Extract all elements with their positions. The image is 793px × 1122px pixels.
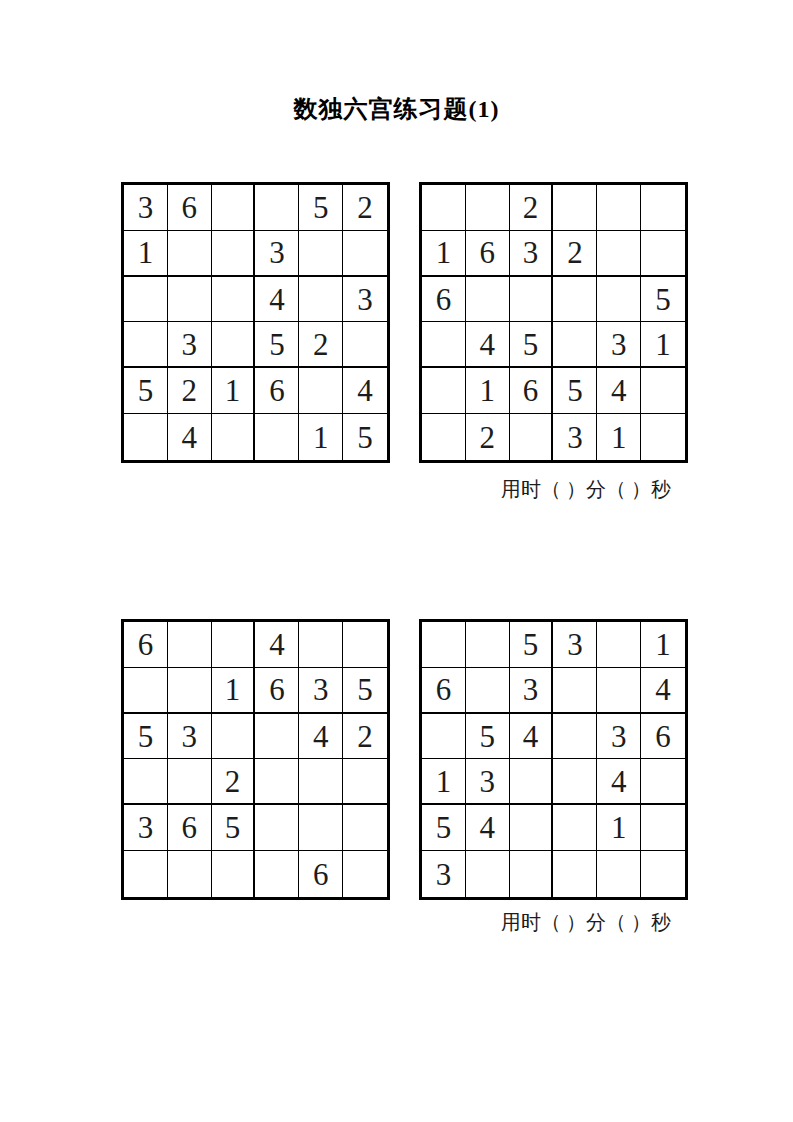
sudoku-cell-puzzle-1-r3c1: [124, 277, 168, 323]
sudoku-cell-puzzle-1-r4c4: 5: [255, 322, 299, 368]
sudoku-cell-puzzle-1-r1c1: 3: [124, 185, 168, 231]
sudoku-cell-puzzle-1-r6c2: 4: [168, 414, 212, 460]
sudoku-cell-puzzle-4-r2c1: 6: [422, 668, 466, 714]
sudoku-cell-puzzle-2-r6c6: [641, 414, 685, 460]
sudoku-cell-puzzle-3-r4c5: [299, 759, 343, 805]
sudoku-cell-puzzle-2-r5c3: 6: [510, 368, 554, 414]
sudoku-cell-puzzle-3-r2c3: 1: [212, 668, 256, 714]
sudoku-cell-puzzle-3-r3c4: [255, 714, 299, 760]
sudoku-cell-puzzle-3-r3c2: 3: [168, 714, 212, 760]
sudoku-cell-puzzle-3-r6c2: [168, 851, 212, 897]
sudoku-cell-puzzle-4-r6c6: [641, 851, 685, 897]
sudoku-cell-puzzle-3-r1c3: [212, 622, 256, 668]
sudoku-cell-puzzle-1-r5c3: 1: [212, 368, 256, 414]
sudoku-cell-puzzle-4-r3c2: 5: [466, 714, 510, 760]
sudoku-cell-puzzle-3-r5c6: [343, 805, 387, 851]
sudoku-cell-puzzle-2-r4c5: 3: [597, 322, 641, 368]
sudoku-cell-puzzle-1-r3c4: 4: [255, 277, 299, 323]
sudoku-cell-puzzle-3-r5c2: 6: [168, 805, 212, 851]
sudoku-cell-puzzle-2-r6c1: [422, 414, 466, 460]
sudoku-cell-puzzle-1-r2c2: [168, 231, 212, 277]
sudoku-cell-puzzle-2-r5c4: 5: [553, 368, 597, 414]
sudoku-cell-puzzle-2-r4c6: 1: [641, 322, 685, 368]
sudoku-grid-1: 3652134335252164415: [121, 182, 390, 463]
sudoku-cell-puzzle-4-r2c6: 4: [641, 668, 685, 714]
worksheet-page: 数独六宫练习题(1) 3652134335252164415 216326545…: [0, 0, 793, 1122]
sudoku-cell-puzzle-1-r3c3: [212, 277, 256, 323]
sudoku-cell-puzzle-1-r2c1: 1: [124, 231, 168, 277]
sudoku-cell-puzzle-3-r6c1: [124, 851, 168, 897]
sudoku-cell-puzzle-4-r2c2: [466, 668, 510, 714]
sudoku-cell-puzzle-2-r6c3: [510, 414, 554, 460]
sudoku-cell-puzzle-2-r2c5: [597, 231, 641, 277]
sudoku-cell-puzzle-4-r1c2: [466, 622, 510, 668]
sudoku-cell-puzzle-2-r1c4: [553, 185, 597, 231]
sudoku-cell-puzzle-3-r3c3: [212, 714, 256, 760]
sudoku-cell-puzzle-1-r1c2: 6: [168, 185, 212, 231]
sudoku-cell-puzzle-2-r3c6: 5: [641, 277, 685, 323]
sudoku-cell-puzzle-3-r3c6: 2: [343, 714, 387, 760]
sudoku-cell-puzzle-4-r3c1: [422, 714, 466, 760]
sudoku-cell-puzzle-1-r5c1: 5: [124, 368, 168, 414]
sudoku-cell-puzzle-4-r4c5: 4: [597, 759, 641, 805]
sudoku-cell-puzzle-3-r2c4: 6: [255, 668, 299, 714]
sudoku-cell-puzzle-4-r6c3: [510, 851, 554, 897]
sudoku-cell-puzzle-2-r2c3: 3: [510, 231, 554, 277]
sudoku-cell-puzzle-4-r1c1: [422, 622, 466, 668]
sudoku-cell-puzzle-3-r5c3: 5: [212, 805, 256, 851]
sudoku-cell-puzzle-4-r3c5: 3: [597, 714, 641, 760]
sudoku-cell-puzzle-1-r6c6: 5: [343, 414, 387, 460]
sudoku-cell-puzzle-4-r5c5: 1: [597, 805, 641, 851]
sudoku-cell-puzzle-2-r2c2: 6: [466, 231, 510, 277]
sudoku-cell-puzzle-4-r2c5: [597, 668, 641, 714]
sudoku-cell-puzzle-1-r2c5: [299, 231, 343, 277]
sudoku-cell-puzzle-1-r6c4: [255, 414, 299, 460]
sudoku-cell-puzzle-2-r5c6: [641, 368, 685, 414]
sudoku-cell-puzzle-3-r3c1: 5: [124, 714, 168, 760]
sudoku-cell-puzzle-2-r5c1: [422, 368, 466, 414]
sudoku-cell-puzzle-1-r3c6: 3: [343, 277, 387, 323]
sudoku-cell-puzzle-1-r4c2: 3: [168, 322, 212, 368]
sudoku-cell-puzzle-3-r2c1: [124, 668, 168, 714]
sudoku-cell-puzzle-2-r2c4: 2: [553, 231, 597, 277]
sudoku-cell-puzzle-2-r6c5: 1: [597, 414, 641, 460]
sudoku-cell-puzzle-1-r4c1: [124, 322, 168, 368]
sudoku-cell-puzzle-4-r6c2: [466, 851, 510, 897]
sudoku-cell-puzzle-3-r5c1: 3: [124, 805, 168, 851]
sudoku-cell-puzzle-3-r2c2: [168, 668, 212, 714]
sudoku-cell-puzzle-4-r4c2: 3: [466, 759, 510, 805]
sudoku-cell-puzzle-1-r6c1: [124, 414, 168, 460]
sudoku-cell-puzzle-4-r3c3: 4: [510, 714, 554, 760]
sudoku-cell-puzzle-1-r1c3: [212, 185, 256, 231]
sudoku-cell-puzzle-2-r3c2: [466, 277, 510, 323]
sudoku-cell-puzzle-1-r5c2: 2: [168, 368, 212, 414]
sudoku-cell-puzzle-4-r1c4: 3: [553, 622, 597, 668]
timer-label-bottom: 用时（ ）分（ ）秒: [419, 909, 671, 936]
sudoku-cell-puzzle-1-r3c5: [299, 277, 343, 323]
sudoku-cell-puzzle-2-r3c4: [553, 277, 597, 323]
sudoku-cell-puzzle-3-r1c6: [343, 622, 387, 668]
sudoku-cell-puzzle-3-r5c4: [255, 805, 299, 851]
sudoku-cell-puzzle-3-r6c6: [343, 851, 387, 897]
sudoku-cell-puzzle-3-r1c4: 4: [255, 622, 299, 668]
sudoku-cell-puzzle-1-r1c5: 5: [299, 185, 343, 231]
sudoku-cell-puzzle-1-r3c2: [168, 277, 212, 323]
sudoku-cell-puzzle-2-r2c1: 1: [422, 231, 466, 277]
sudoku-cell-puzzle-2-r5c2: 1: [466, 368, 510, 414]
sudoku-cell-puzzle-2-r4c4: [553, 322, 597, 368]
sudoku-cell-puzzle-2-r1c6: [641, 185, 685, 231]
sudoku-cell-puzzle-3-r2c6: 5: [343, 668, 387, 714]
sudoku-cell-puzzle-3-r4c3: 2: [212, 759, 256, 805]
sudoku-cell-puzzle-2-r6c4: 3: [553, 414, 597, 460]
sudoku-cell-puzzle-4-r5c2: 4: [466, 805, 510, 851]
sudoku-cell-puzzle-4-r3c6: 6: [641, 714, 685, 760]
sudoku-cell-puzzle-1-r1c6: 2: [343, 185, 387, 231]
sudoku-cell-puzzle-4-r5c3: [510, 805, 554, 851]
sudoku-cell-puzzle-4-r6c4: [553, 851, 597, 897]
sudoku-cell-puzzle-1-r5c4: 6: [255, 368, 299, 414]
sudoku-cell-puzzle-3-r6c3: [212, 851, 256, 897]
sudoku-cell-puzzle-3-r3c5: 4: [299, 714, 343, 760]
sudoku-cell-puzzle-2-r1c3: 2: [510, 185, 554, 231]
sudoku-cell-puzzle-1-r4c3: [212, 322, 256, 368]
sudoku-cell-puzzle-3-r2c5: 3: [299, 668, 343, 714]
sudoku-cell-puzzle-3-r1c1: 6: [124, 622, 168, 668]
sudoku-cell-puzzle-3-r1c2: [168, 622, 212, 668]
sudoku-cell-puzzle-4-r2c4: [553, 668, 597, 714]
sudoku-cell-puzzle-4-r1c3: 5: [510, 622, 554, 668]
sudoku-cell-puzzle-2-r3c5: [597, 277, 641, 323]
sudoku-cell-puzzle-4-r5c1: 5: [422, 805, 466, 851]
sudoku-cell-puzzle-2-r1c5: [597, 185, 641, 231]
sudoku-cell-puzzle-1-r5c6: 4: [343, 368, 387, 414]
sudoku-cell-puzzle-4-r6c5: [597, 851, 641, 897]
sudoku-cell-puzzle-3-r6c5: 6: [299, 851, 343, 897]
sudoku-cell-puzzle-1-r2c4: 3: [255, 231, 299, 277]
sudoku-cell-puzzle-3-r5c5: [299, 805, 343, 851]
sudoku-cell-puzzle-3-r6c4: [255, 851, 299, 897]
sudoku-cell-puzzle-2-r4c1: [422, 322, 466, 368]
sudoku-cell-puzzle-2-r6c2: 2: [466, 414, 510, 460]
sudoku-cell-puzzle-1-r6c3: [212, 414, 256, 460]
sudoku-cell-puzzle-1-r2c3: [212, 231, 256, 277]
sudoku-cell-puzzle-4-r5c6: [641, 805, 685, 851]
sudoku-cell-puzzle-2-r2c6: [641, 231, 685, 277]
page-title: 数独六宫练习题(1): [0, 93, 793, 125]
timer-label-top: 用时（ ）分（ ）秒: [419, 476, 671, 503]
sudoku-cell-puzzle-3-r4c2: [168, 759, 212, 805]
sudoku-cell-puzzle-4-r1c5: [597, 622, 641, 668]
sudoku-cell-puzzle-4-r2c3: 3: [510, 668, 554, 714]
sudoku-cell-puzzle-1-r6c5: 1: [299, 414, 343, 460]
sudoku-cell-puzzle-2-r4c2: 4: [466, 322, 510, 368]
sudoku-cell-puzzle-3-r4c4: [255, 759, 299, 805]
sudoku-cell-puzzle-2-r5c5: 4: [597, 368, 641, 414]
sudoku-cell-puzzle-2-r3c1: 6: [422, 277, 466, 323]
sudoku-cell-puzzle-1-r1c4: [255, 185, 299, 231]
sudoku-cell-puzzle-4-r3c4: [553, 714, 597, 760]
sudoku-cell-puzzle-4-r5c4: [553, 805, 597, 851]
sudoku-cell-puzzle-4-r4c3: [510, 759, 554, 805]
sudoku-cell-puzzle-4-r6c1: 3: [422, 851, 466, 897]
sudoku-cell-puzzle-3-r1c5: [299, 622, 343, 668]
sudoku-cell-puzzle-1-r4c5: 2: [299, 322, 343, 368]
sudoku-cell-puzzle-1-r5c5: [299, 368, 343, 414]
sudoku-cell-puzzle-3-r4c6: [343, 759, 387, 805]
sudoku-cell-puzzle-4-r1c6: 1: [641, 622, 685, 668]
sudoku-cell-puzzle-1-r4c6: [343, 322, 387, 368]
sudoku-grid-2: 216326545311654231: [419, 182, 688, 463]
sudoku-cell-puzzle-2-r4c3: 5: [510, 322, 554, 368]
sudoku-cell-puzzle-4-r4c6: [641, 759, 685, 805]
sudoku-cell-puzzle-3-r4c1: [124, 759, 168, 805]
sudoku-cell-puzzle-4-r4c4: [553, 759, 597, 805]
sudoku-grid-3: 641635534223656: [121, 619, 390, 900]
sudoku-cell-puzzle-1-r2c6: [343, 231, 387, 277]
sudoku-cell-puzzle-2-r3c3: [510, 277, 554, 323]
sudoku-grid-4: 53163454361345413: [419, 619, 688, 900]
sudoku-cell-puzzle-2-r1c2: [466, 185, 510, 231]
sudoku-cell-puzzle-2-r1c1: [422, 185, 466, 231]
sudoku-cell-puzzle-4-r4c1: 1: [422, 759, 466, 805]
